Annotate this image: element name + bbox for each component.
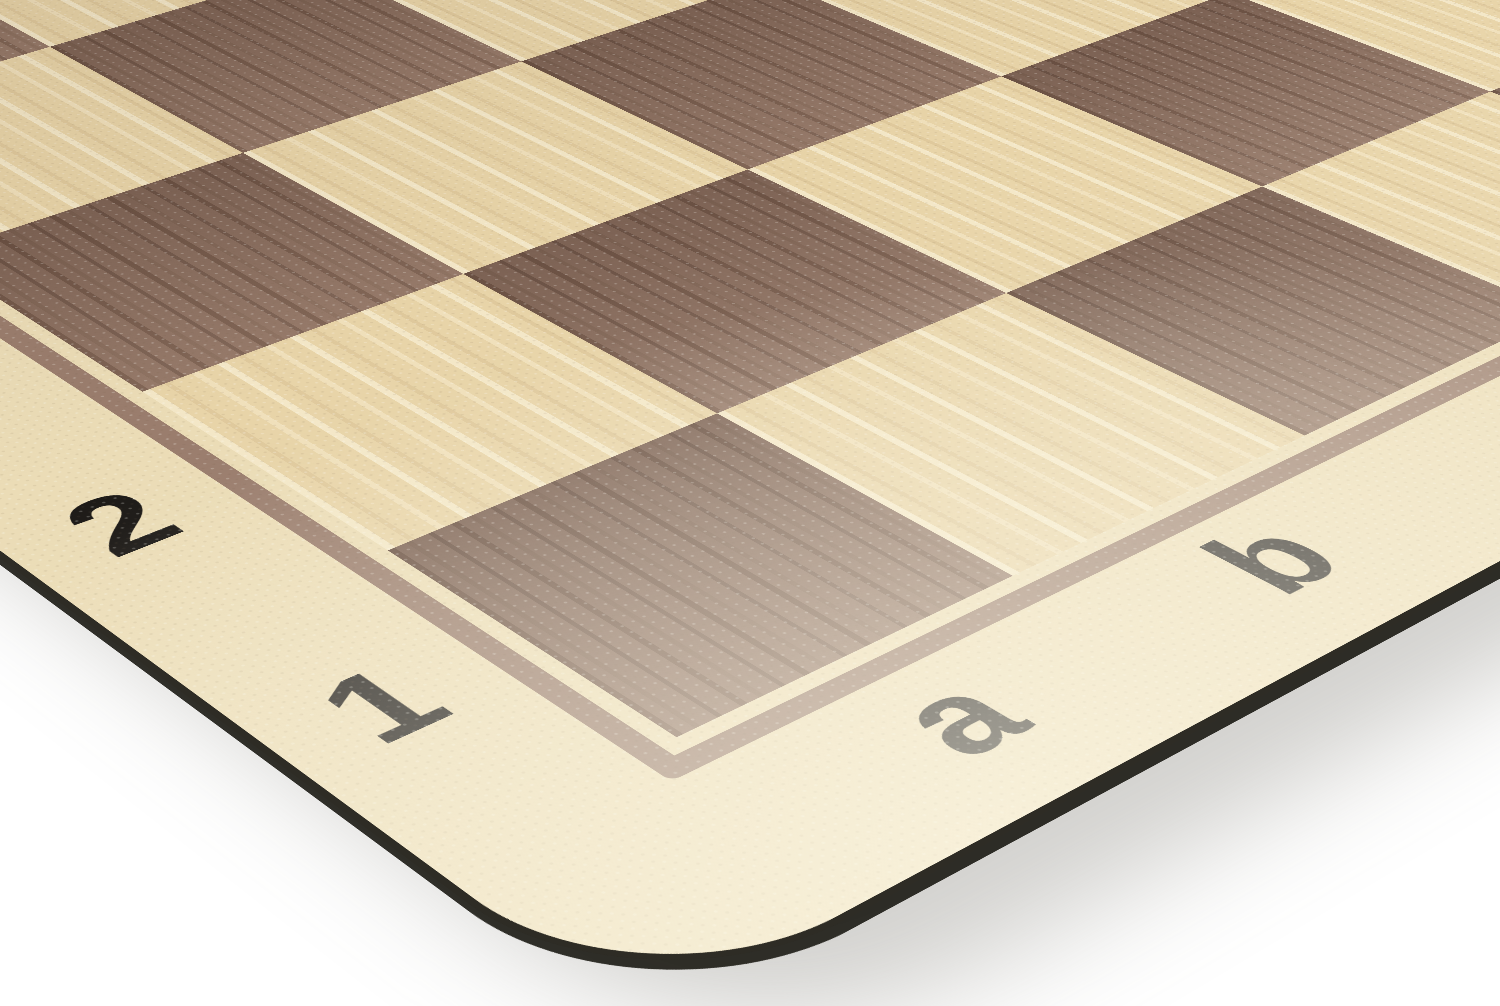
photo-background: abcdefgh 12345678 [0, 0, 1500, 1006]
chess-mat: abcdefgh 12345678 [0, 0, 1500, 1006]
